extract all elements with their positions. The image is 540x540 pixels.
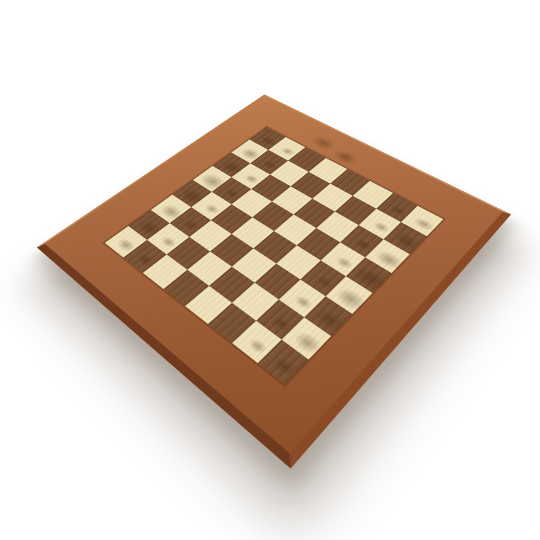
light-rook-glyph: ♜	[244, 287, 319, 369]
pieces-layer: ♜♞♝♚♛♝♞♜♟♟♟♟♟♟♟♟♟♟♟♟♟♟♟♟♜♞♝♚♛♝♞♜♛♛	[37, 95, 511, 469]
camera-tilt: ♜♞♝♚♛♝♞♜♟♟♟♟♟♟♟♟♟♟♟♟♟♟♟♟♜♞♝♚♛♝♞♜♛♛	[0, 0, 540, 540]
chess-board: ♜♞♝♚♛♝♞♜♟♟♟♟♟♟♟♟♟♟♟♟♟♟♟♟♜♞♝♚♛♝♞♜♛♛	[37, 95, 511, 469]
product-photo: ♜♞♝♚♛♝♞♜♟♟♟♟♟♟♟♟♟♟♟♟♟♟♟♟♜♞♝♚♛♝♞♜♛♛	[0, 0, 540, 540]
perspective-scene: ♜♞♝♚♛♝♞♜♟♟♟♟♟♟♟♟♟♟♟♟♟♟♟♟♜♞♝♚♛♝♞♜♛♛	[0, 0, 540, 540]
dark-pawn-glyph: ♟	[117, 205, 169, 262]
light-queen-glyph: ♛	[303, 75, 380, 160]
